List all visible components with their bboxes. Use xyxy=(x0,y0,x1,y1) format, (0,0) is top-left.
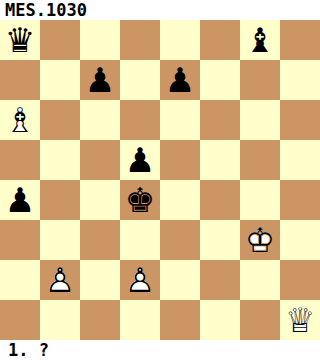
square-f4[interactable] xyxy=(200,180,240,220)
white-king: ♔ xyxy=(240,220,280,260)
white-pawn: ♙ xyxy=(120,260,160,300)
square-c6[interactable] xyxy=(80,100,120,140)
square-e5[interactable] xyxy=(160,140,200,180)
square-b5[interactable] xyxy=(40,140,80,180)
square-h5[interactable] xyxy=(280,140,320,180)
square-g1[interactable] xyxy=(240,300,280,340)
white-pawn: ♙ xyxy=(40,260,80,300)
square-b8[interactable] xyxy=(40,20,80,60)
square-f1[interactable] xyxy=(200,300,240,340)
square-b2[interactable]: ♟♙ xyxy=(40,260,80,300)
square-f6[interactable] xyxy=(200,100,240,140)
square-g8[interactable]: ♝ xyxy=(240,20,280,60)
square-a3[interactable] xyxy=(0,220,40,260)
square-g4[interactable] xyxy=(240,180,280,220)
square-c7[interactable]: ♟ xyxy=(80,60,120,100)
square-c5[interactable] xyxy=(80,140,120,180)
black-king: ♚ xyxy=(120,180,160,220)
square-g3[interactable]: ♚♔ xyxy=(240,220,280,260)
white-queen: ♕ xyxy=(280,300,320,340)
black-pawn: ♟ xyxy=(120,140,160,180)
square-d8[interactable] xyxy=(120,20,160,60)
square-h8[interactable] xyxy=(280,20,320,60)
square-e2[interactable] xyxy=(160,260,200,300)
square-h6[interactable] xyxy=(280,100,320,140)
square-g5[interactable] xyxy=(240,140,280,180)
square-h4[interactable] xyxy=(280,180,320,220)
square-f5[interactable] xyxy=(200,140,240,180)
square-d1[interactable] xyxy=(120,300,160,340)
square-e7[interactable]: ♟ xyxy=(160,60,200,100)
square-d6[interactable] xyxy=(120,100,160,140)
square-c8[interactable] xyxy=(80,20,120,60)
square-b7[interactable] xyxy=(40,60,80,100)
square-g7[interactable] xyxy=(240,60,280,100)
square-a8[interactable]: ♛ xyxy=(0,20,40,60)
chess-board: ♛♝♟♟♝♗♟♟♚♚♔♟♙♟♙♛♕ xyxy=(0,20,320,340)
black-pawn: ♟ xyxy=(80,60,120,100)
square-c4[interactable] xyxy=(80,180,120,220)
black-pawn: ♟ xyxy=(160,60,200,100)
move-prompt: 1. ? xyxy=(8,340,49,360)
square-h1[interactable]: ♛♕ xyxy=(280,300,320,340)
chess-diagram: MES.1030 ♛♝♟♟♝♗♟♟♚♚♔♟♙♟♙♛♕ 1. ? xyxy=(0,0,320,360)
square-d3[interactable] xyxy=(120,220,160,260)
square-a6[interactable]: ♝♗ xyxy=(0,100,40,140)
square-e1[interactable] xyxy=(160,300,200,340)
square-b1[interactable] xyxy=(40,300,80,340)
square-e4[interactable] xyxy=(160,180,200,220)
square-h2[interactable] xyxy=(280,260,320,300)
square-d7[interactable] xyxy=(120,60,160,100)
black-bishop: ♝ xyxy=(240,20,280,60)
black-pawn: ♟ xyxy=(0,180,40,220)
square-f2[interactable] xyxy=(200,260,240,300)
square-a5[interactable] xyxy=(0,140,40,180)
square-h3[interactable] xyxy=(280,220,320,260)
square-d2[interactable]: ♟♙ xyxy=(120,260,160,300)
square-a1[interactable] xyxy=(0,300,40,340)
square-d4[interactable]: ♚ xyxy=(120,180,160,220)
square-a7[interactable] xyxy=(0,60,40,100)
square-c1[interactable] xyxy=(80,300,120,340)
square-g2[interactable] xyxy=(240,260,280,300)
square-d5[interactable]: ♟ xyxy=(120,140,160,180)
square-b6[interactable] xyxy=(40,100,80,140)
white-bishop: ♗ xyxy=(0,100,40,140)
square-e3[interactable] xyxy=(160,220,200,260)
black-queen: ♛ xyxy=(0,20,40,60)
square-b4[interactable] xyxy=(40,180,80,220)
square-g6[interactable] xyxy=(240,100,280,140)
square-h7[interactable] xyxy=(280,60,320,100)
puzzle-title: MES.1030 xyxy=(5,0,87,20)
square-b3[interactable] xyxy=(40,220,80,260)
square-e8[interactable] xyxy=(160,20,200,60)
square-a4[interactable]: ♟ xyxy=(0,180,40,220)
square-c3[interactable] xyxy=(80,220,120,260)
square-e6[interactable] xyxy=(160,100,200,140)
square-f3[interactable] xyxy=(200,220,240,260)
square-c2[interactable] xyxy=(80,260,120,300)
square-f8[interactable] xyxy=(200,20,240,60)
square-f7[interactable] xyxy=(200,60,240,100)
square-a2[interactable] xyxy=(0,260,40,300)
